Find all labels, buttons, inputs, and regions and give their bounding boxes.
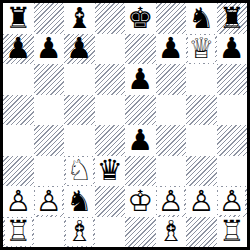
square-d3[interactable]: ♛︎	[95, 156, 126, 187]
piece-white-pawn: ♙︎	[5, 187, 32, 215]
piece-black-pawn: ♟︎	[156, 34, 187, 65]
piece-white-rook: ♖︎	[218, 218, 245, 246]
piece-white-king: ♔︎	[127, 187, 154, 215]
square-b7[interactable]: ♟︎	[34, 34, 65, 65]
square-g3[interactable]	[186, 156, 217, 187]
piece-white-bishop: ♗︎	[66, 218, 93, 246]
square-c4[interactable]	[64, 125, 95, 156]
square-d2[interactable]	[95, 186, 126, 217]
square-h5[interactable]	[217, 95, 248, 126]
piece-black-pawn: ♟︎	[217, 34, 248, 65]
square-d6[interactable]	[95, 64, 126, 95]
square-d1[interactable]	[95, 217, 126, 248]
square-f8[interactable]	[156, 3, 187, 34]
square-h4[interactable]	[217, 125, 248, 156]
square-c6[interactable]	[64, 64, 95, 95]
piece-black-knight: ♞︎	[64, 186, 95, 217]
square-g2[interactable]: ♙︎	[186, 186, 217, 217]
square-e1[interactable]	[125, 217, 156, 248]
piece-black-rook: ♜︎	[217, 3, 248, 34]
piece-black-pawn: ♟︎	[125, 125, 156, 156]
piece-black-pawn: ♟︎	[125, 64, 156, 95]
square-a3[interactable]	[3, 156, 34, 187]
square-f4[interactable]	[156, 125, 187, 156]
square-f1[interactable]: ♗︎	[156, 217, 187, 248]
square-b4[interactable]	[34, 125, 65, 156]
square-g5[interactable]	[186, 95, 217, 126]
square-e7[interactable]	[125, 34, 156, 65]
piece-white-queen: ♕︎	[188, 35, 215, 63]
square-c3[interactable]: ♘︎	[64, 156, 95, 187]
square-g8[interactable]: ♞︎	[186, 3, 217, 34]
square-d8[interactable]	[95, 3, 126, 34]
square-f5[interactable]	[156, 95, 187, 126]
square-b3[interactable]	[34, 156, 65, 187]
square-b5[interactable]	[34, 95, 65, 126]
piece-white-pawn: ♙︎	[188, 187, 215, 215]
square-a5[interactable]	[3, 95, 34, 126]
square-f3[interactable]	[156, 156, 187, 187]
square-a6[interactable]	[3, 64, 34, 95]
chess-diagram: ♜︎♝︎♚︎♞︎♜︎♟︎♟︎♟︎♟︎♕︎♟︎♟︎♟︎♘︎♛︎♙︎♙︎♞︎♔︎♙︎…	[0, 0, 250, 250]
square-a7[interactable]: ♟︎	[3, 34, 34, 65]
piece-white-pawn: ♙︎	[35, 187, 62, 215]
square-d4[interactable]	[95, 125, 126, 156]
chess-board: ♜︎♝︎♚︎♞︎♜︎♟︎♟︎♟︎♟︎♕︎♟︎♟︎♟︎♘︎♛︎♙︎♙︎♞︎♔︎♙︎…	[0, 0, 250, 250]
square-a4[interactable]	[3, 125, 34, 156]
piece-black-pawn: ♟︎	[64, 34, 95, 65]
piece-black-bishop: ♝︎	[64, 3, 95, 34]
square-c8[interactable]: ♝︎	[64, 3, 95, 34]
square-h3[interactable]	[217, 156, 248, 187]
square-c1[interactable]: ♗︎	[64, 217, 95, 248]
piece-white-pawn: ♙︎	[218, 187, 245, 215]
square-b2[interactable]: ♙︎	[34, 186, 65, 217]
square-g4[interactable]	[186, 125, 217, 156]
square-g6[interactable]	[186, 64, 217, 95]
square-h2[interactable]: ♙︎	[217, 186, 248, 217]
piece-white-pawn: ♙︎	[157, 187, 184, 215]
piece-black-king: ♚︎	[125, 3, 156, 34]
square-a2[interactable]: ♙︎	[3, 186, 34, 217]
square-a8[interactable]: ♜︎	[3, 3, 34, 34]
piece-black-pawn: ♟︎	[34, 34, 65, 65]
square-b6[interactable]	[34, 64, 65, 95]
square-f2[interactable]: ♙︎	[156, 186, 187, 217]
square-g1[interactable]	[186, 217, 217, 248]
square-c7[interactable]: ♟︎	[64, 34, 95, 65]
square-f6[interactable]	[156, 64, 187, 95]
square-e2[interactable]: ♔︎	[125, 186, 156, 217]
piece-black-knight: ♞︎	[186, 3, 217, 34]
square-h1[interactable]: ♖︎	[217, 217, 248, 248]
square-g7[interactable]: ♕︎	[186, 34, 217, 65]
square-b8[interactable]	[34, 3, 65, 34]
square-e3[interactable]	[125, 156, 156, 187]
piece-black-pawn: ♟︎	[3, 34, 34, 65]
piece-black-queen: ♛︎	[95, 156, 126, 187]
square-c2[interactable]: ♞︎	[64, 186, 95, 217]
piece-white-bishop: ♗︎	[157, 218, 184, 246]
square-d7[interactable]	[95, 34, 126, 65]
square-e6[interactable]: ♟︎	[125, 64, 156, 95]
square-a1[interactable]: ♖︎	[3, 217, 34, 248]
square-e4[interactable]: ♟︎	[125, 125, 156, 156]
square-b1[interactable]	[34, 217, 65, 248]
piece-white-rook: ♖︎	[5, 218, 32, 246]
square-c5[interactable]	[64, 95, 95, 126]
square-e5[interactable]	[125, 95, 156, 126]
square-e8[interactable]: ♚︎	[125, 3, 156, 34]
square-h6[interactable]	[217, 64, 248, 95]
square-h8[interactable]: ♜︎	[217, 3, 248, 34]
piece-black-rook: ♜︎	[3, 3, 34, 34]
piece-white-knight: ♘︎	[66, 157, 93, 185]
square-f7[interactable]: ♟︎	[156, 34, 187, 65]
square-d5[interactable]	[95, 95, 126, 126]
square-h7[interactable]: ♟︎	[217, 34, 248, 65]
